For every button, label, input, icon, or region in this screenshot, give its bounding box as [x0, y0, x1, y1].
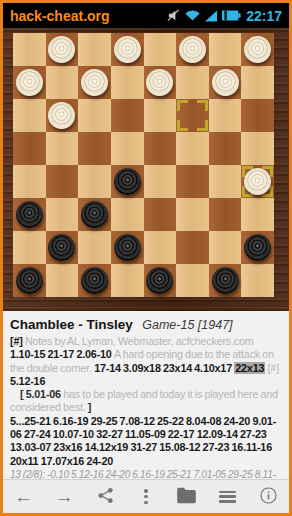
black-man[interactable]	[146, 267, 173, 294]
square-r1c3	[78, 33, 111, 66]
square-r4c1[interactable]	[13, 132, 46, 165]
square-r1c8[interactable]	[241, 33, 274, 66]
notation-move[interactable]: 5...25-21 6.16-19 29-25 7.08-12 25-22 8.…	[10, 415, 276, 467]
white-man[interactable]	[48, 102, 75, 129]
white-man[interactable]	[114, 36, 141, 63]
square-r1c5	[144, 33, 177, 66]
square-r5c1	[13, 165, 46, 198]
square-r6c1[interactable]	[13, 198, 46, 231]
board-frame	[3, 28, 289, 311]
square-r5c7	[209, 165, 242, 198]
square-r3c6-highlighted[interactable]	[176, 99, 209, 132]
square-r6c8	[241, 198, 274, 231]
square-r5c6[interactable]	[176, 165, 209, 198]
square-r3c5	[144, 99, 177, 132]
signal-icon	[205, 10, 218, 22]
square-r7c2[interactable]	[46, 231, 79, 264]
square-r2c4	[111, 66, 144, 99]
notation-paragraph: 1.10-15 21-17 2.06-10 A hard opening due…	[10, 348, 282, 388]
mute-icon	[167, 9, 180, 22]
battery-icon	[222, 10, 241, 21]
square-r3c7	[209, 99, 242, 132]
forward-button[interactable]: →	[50, 483, 78, 511]
notation-analysis: 13 (2/8): -0.10 5.12-16 24-20 6.16-19 25…	[10, 469, 276, 479]
square-r5c8-highlighted[interactable]	[241, 165, 274, 198]
notation-move[interactable]: 17-14 3.09x18 23x14 4.10x17	[94, 362, 234, 374]
square-r1c6[interactable]	[176, 33, 209, 66]
square-r4c8	[241, 132, 274, 165]
square-r1c7	[209, 33, 242, 66]
square-r7c4[interactable]	[111, 231, 144, 264]
notation-paragraph: 5...25-21 6.16-19 29-25 7.08-12 25-22 8.…	[10, 415, 282, 468]
game-subtitle: Game-15 [1947]	[142, 318, 232, 332]
info-icon	[259, 486, 278, 508]
white-man[interactable]	[244, 168, 271, 195]
carrier-label: hack-cheat.org	[10, 8, 110, 24]
square-r6c6	[176, 198, 209, 231]
notation-move[interactable]: 1.10-15 21-17 2.06-10	[10, 348, 114, 360]
notation-paragraph: [#] Notes by AL Lyman, Webmaster, acfche…	[10, 335, 282, 348]
white-man[interactable]	[146, 69, 173, 96]
folder-button[interactable]	[173, 483, 201, 511]
black-man[interactable]	[114, 234, 141, 261]
square-r3c4[interactable]	[111, 99, 144, 132]
status-bar: hack-cheat.org 22:17	[3, 3, 289, 28]
black-man[interactable]	[114, 168, 141, 195]
square-r2c3[interactable]	[78, 66, 111, 99]
square-r4c5[interactable]	[144, 132, 177, 165]
square-r4c4	[111, 132, 144, 165]
notation-move[interactable]: [#]	[10, 335, 25, 347]
square-r8c4	[111, 264, 144, 297]
square-r7c8[interactable]	[241, 231, 274, 264]
square-r6c2	[46, 198, 79, 231]
overflow-menu-button[interactable]	[132, 483, 160, 511]
notation-varbracket: ]	[88, 401, 91, 413]
square-r4c3[interactable]	[78, 132, 111, 165]
square-r8c8	[241, 264, 274, 297]
square-r1c1	[13, 33, 46, 66]
hamburger-icon	[219, 491, 236, 503]
app-screen: hack-cheat.org 22:17 Chamblee - Tinsley …	[0, 0, 292, 516]
square-r7c6[interactable]	[176, 231, 209, 264]
square-r4c7[interactable]	[209, 132, 242, 165]
black-man[interactable]	[81, 201, 108, 228]
square-r1c2[interactable]	[46, 33, 79, 66]
wifi-icon	[184, 9, 201, 22]
white-man[interactable]	[48, 36, 75, 63]
black-man[interactable]	[81, 267, 108, 294]
black-man[interactable]	[212, 267, 239, 294]
black-man[interactable]	[16, 267, 43, 294]
square-r8c6	[176, 264, 209, 297]
notation-comment: [#]	[265, 362, 279, 374]
notation-body: [#] Notes by AL Lyman, Webmaster, acfche…	[10, 335, 282, 479]
square-r7c3	[78, 231, 111, 264]
square-r6c4	[111, 198, 144, 231]
square-r2c8	[241, 66, 274, 99]
back-arrow-icon: ←	[14, 487, 33, 506]
square-r3c2[interactable]	[46, 99, 79, 132]
notation-paragraph: [ 5.01-06 has to be played and today it …	[10, 388, 282, 415]
square-r8c2	[46, 264, 79, 297]
white-man[interactable]	[16, 69, 43, 96]
notation-move[interactable]: 5.12-16	[10, 375, 45, 387]
notation-current[interactable]: 22x13	[234, 362, 265, 374]
square-r2c7[interactable]	[209, 66, 242, 99]
notation-comment: Notes by AL Lyman, Webmaster, acfchecker…	[25, 335, 254, 347]
folder-icon	[176, 487, 197, 507]
bottom-toolbar: ← →	[3, 479, 289, 513]
square-r2c5[interactable]	[144, 66, 177, 99]
square-r2c6	[176, 66, 209, 99]
square-r5c5	[144, 165, 177, 198]
square-r1c4[interactable]	[111, 33, 144, 66]
square-r5c2[interactable]	[46, 165, 79, 198]
square-r5c4[interactable]	[111, 165, 144, 198]
square-r8c7[interactable]	[209, 264, 242, 297]
notation-panel[interactable]: Chamblee - Tinsley Game-15 [1947] [#] No…	[3, 311, 289, 479]
notation-paragraph: 13 (2/8): -0.10 5.12-16 24-20 6.16-19 25…	[10, 468, 282, 479]
white-man[interactable]	[212, 69, 239, 96]
square-r8c1[interactable]	[13, 264, 46, 297]
square-r2c2	[46, 66, 79, 99]
square-r4c6	[176, 132, 209, 165]
white-man[interactable]	[81, 69, 108, 96]
black-man[interactable]	[16, 201, 43, 228]
notation-varbracket: [ 5.01-06	[20, 388, 63, 400]
square-r7c5	[144, 231, 177, 264]
square-r3c3	[78, 99, 111, 132]
square-r5c3	[78, 165, 111, 198]
square-r3c1	[13, 99, 46, 132]
black-man[interactable]	[48, 234, 75, 261]
board-grid	[13, 33, 274, 297]
square-r3c8[interactable]	[241, 99, 274, 132]
moves-list-button[interactable]	[214, 483, 242, 511]
square-r8c3[interactable]	[78, 264, 111, 297]
square-r2c1[interactable]	[13, 66, 46, 99]
white-man[interactable]	[244, 36, 271, 63]
square-r7c7	[209, 231, 242, 264]
game-title: Chamblee - Tinsley	[10, 317, 133, 332]
forward-arrow-icon: →	[55, 487, 74, 506]
white-man[interactable]	[179, 36, 206, 63]
back-button[interactable]: ←	[9, 483, 37, 511]
square-r6c3[interactable]	[78, 198, 111, 231]
game-header: Chamblee - Tinsley Game-15 [1947]	[10, 315, 282, 334]
share-button[interactable]	[91, 483, 119, 511]
square-r7c1	[13, 231, 46, 264]
vertical-dots-icon	[144, 489, 148, 504]
square-r4c2	[46, 132, 79, 165]
info-button[interactable]	[254, 483, 282, 511]
square-r6c7[interactable]	[209, 198, 242, 231]
share-icon	[96, 486, 115, 508]
clock-label: 22:17	[246, 8, 282, 24]
square-r8c5[interactable]	[144, 264, 177, 297]
black-man[interactable]	[244, 234, 271, 261]
square-r6c5[interactable]	[144, 198, 177, 231]
